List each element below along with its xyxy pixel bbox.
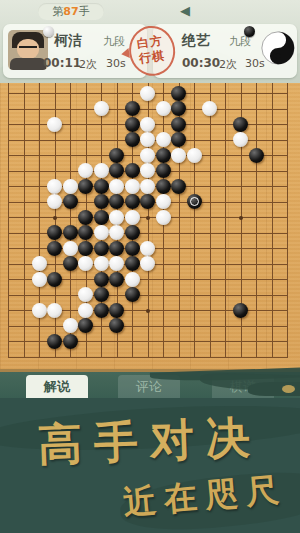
white-stone-badge xyxy=(43,26,54,37)
stone-black[interactable] xyxy=(171,132,186,147)
stone-black[interactable] xyxy=(78,318,93,333)
header: 第87手 ◀ 柯洁 九段 00:11 2次 30s 绝艺 九段 00:30 2次… xyxy=(0,0,300,83)
stone-black[interactable] xyxy=(63,334,78,349)
stone-white[interactable] xyxy=(32,256,47,271)
stone-white[interactable] xyxy=(140,132,155,147)
stone-black[interactable] xyxy=(125,132,140,147)
stone-white[interactable] xyxy=(78,256,93,271)
stone-black[interactable] xyxy=(249,148,264,163)
stone-white[interactable] xyxy=(109,225,124,240)
stone-black[interactable] xyxy=(47,334,62,349)
stone-black[interactable] xyxy=(171,101,186,116)
stone-white[interactable] xyxy=(140,256,155,271)
stone-white[interactable] xyxy=(94,225,109,240)
stone-white[interactable] xyxy=(94,101,109,116)
stone-black[interactable] xyxy=(94,210,109,225)
stone-black[interactable] xyxy=(78,241,93,256)
stone-black[interactable] xyxy=(156,163,171,178)
player2-clock: 00:30 xyxy=(182,56,220,70)
stone-black[interactable] xyxy=(109,272,124,287)
stone-white[interactable] xyxy=(171,148,186,163)
stone-black[interactable] xyxy=(63,225,78,240)
collapse-arrow-icon[interactable]: ◀ xyxy=(180,3,190,19)
stone-black[interactable] xyxy=(171,86,186,101)
stone-black[interactable] xyxy=(171,179,186,194)
stone-black[interactable] xyxy=(156,148,171,163)
stone-white[interactable] xyxy=(156,194,171,209)
move-number-pill: 第87手 xyxy=(38,3,104,20)
stone-white[interactable] xyxy=(140,86,155,101)
move-number: 87 xyxy=(63,5,78,18)
stone-black[interactable] xyxy=(94,303,109,318)
player2-byoyomi-periods: 2次 xyxy=(219,57,237,72)
stone-black[interactable] xyxy=(233,117,248,132)
stone-white[interactable] xyxy=(109,210,124,225)
stone-black[interactable] xyxy=(109,194,124,209)
yin-yang-icon[interactable] xyxy=(261,31,295,65)
stone-black[interactable] xyxy=(94,287,109,302)
stone-white[interactable] xyxy=(125,272,140,287)
stone-white[interactable] xyxy=(202,101,217,116)
stone-black[interactable] xyxy=(109,318,124,333)
stone-white[interactable] xyxy=(94,163,109,178)
stone-black[interactable] xyxy=(125,241,140,256)
stone-black[interactable] xyxy=(125,194,140,209)
last-move-marker xyxy=(190,197,199,206)
grid-line-h xyxy=(8,326,288,327)
stone-white[interactable] xyxy=(140,241,155,256)
stone-black[interactable] xyxy=(187,194,202,209)
stone-black[interactable] xyxy=(125,225,140,240)
stone-black[interactable] xyxy=(109,148,124,163)
stone-black[interactable] xyxy=(125,287,140,302)
tab-commentary[interactable]: 解说 xyxy=(26,375,88,398)
stone-black[interactable] xyxy=(125,163,140,178)
stone-white[interactable] xyxy=(109,179,124,194)
stone-white[interactable] xyxy=(78,303,93,318)
stone-white[interactable] xyxy=(78,287,93,302)
stone-black[interactable] xyxy=(109,241,124,256)
go-board[interactable] xyxy=(0,83,300,372)
stone-white[interactable] xyxy=(47,117,62,132)
stone-black[interactable] xyxy=(94,194,109,209)
stone-black[interactable] xyxy=(47,225,62,240)
stone-white[interactable] xyxy=(140,179,155,194)
stone-white[interactable] xyxy=(140,148,155,163)
stone-white[interactable] xyxy=(156,210,171,225)
stone-black[interactable] xyxy=(94,241,109,256)
stone-white[interactable] xyxy=(140,117,155,132)
star-point xyxy=(239,216,243,220)
player1-clock: 00:11 xyxy=(43,56,81,70)
stone-white[interactable] xyxy=(63,241,78,256)
stone-black[interactable] xyxy=(125,101,140,116)
stone-white[interactable] xyxy=(233,132,248,147)
player1-byoyomi-periods: 2次 xyxy=(79,57,97,72)
stone-black[interactable] xyxy=(47,241,62,256)
stone-black[interactable] xyxy=(78,179,93,194)
stone-black[interactable] xyxy=(78,225,93,240)
stone-black[interactable] xyxy=(171,117,186,132)
stone-black[interactable] xyxy=(125,256,140,271)
stone-white[interactable] xyxy=(156,101,171,116)
player2-name: 绝艺 xyxy=(182,32,210,50)
stone-white[interactable] xyxy=(125,210,140,225)
stone-white[interactable] xyxy=(78,163,93,178)
stone-black[interactable] xyxy=(94,272,109,287)
stone-white[interactable] xyxy=(47,303,62,318)
avatar-body xyxy=(10,58,46,70)
star-point xyxy=(146,216,150,220)
stone-white[interactable] xyxy=(63,318,78,333)
stone-black[interactable] xyxy=(63,194,78,209)
gold-stone-decoration xyxy=(282,385,295,393)
move-suffix: 手 xyxy=(79,5,90,18)
stone-white[interactable] xyxy=(32,303,47,318)
avatar-glasses xyxy=(19,46,37,53)
stone-white[interactable] xyxy=(156,132,171,147)
stone-black[interactable] xyxy=(109,303,124,318)
stone-black[interactable] xyxy=(63,256,78,271)
player1-name: 柯洁 xyxy=(54,32,82,50)
promo-banner: 高手对决 近在咫尺 xyxy=(0,398,300,533)
stone-white[interactable] xyxy=(187,148,202,163)
stone-black[interactable] xyxy=(47,272,62,287)
stone-black[interactable] xyxy=(125,117,140,132)
move-prefix: 第 xyxy=(52,5,63,18)
stone-white[interactable] xyxy=(47,179,62,194)
stone-white[interactable] xyxy=(32,272,47,287)
stone-white[interactable] xyxy=(125,179,140,194)
star-point xyxy=(146,309,150,313)
stone-black[interactable] xyxy=(156,179,171,194)
player1-rank: 九段 xyxy=(103,34,125,49)
white-to-play-seal: 白方 行棋 xyxy=(125,23,177,77)
grid-line-h xyxy=(8,295,288,296)
stone-black[interactable] xyxy=(140,194,155,209)
stone-white[interactable] xyxy=(140,163,155,178)
grid-line-h xyxy=(8,109,288,110)
go-app-screen: 第87手 ◀ 柯洁 九段 00:11 2次 30s 绝艺 九段 00:30 2次… xyxy=(0,0,300,533)
player1-avatar[interactable] xyxy=(8,30,48,70)
star-point xyxy=(53,216,57,220)
black-stone-badge xyxy=(244,26,255,37)
grid-line-h xyxy=(8,357,288,358)
stone-white[interactable] xyxy=(63,179,78,194)
stone-black[interactable] xyxy=(94,179,109,194)
stone-black[interactable] xyxy=(78,210,93,225)
stone-white[interactable] xyxy=(47,194,62,209)
stone-black[interactable] xyxy=(233,303,248,318)
stone-white[interactable] xyxy=(94,256,109,271)
stone-white[interactable] xyxy=(109,256,124,271)
banner-calligraphy-line1: 高手对决 xyxy=(0,407,300,476)
stone-black[interactable] xyxy=(109,163,124,178)
